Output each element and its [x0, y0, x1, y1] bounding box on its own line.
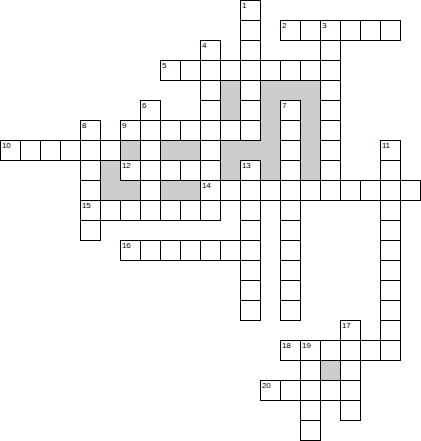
cell-r6c14[interactable]	[280, 120, 301, 141]
cell-r7c2[interactable]	[40, 140, 61, 161]
cell-r6c9[interactable]	[180, 120, 201, 141]
cell-r10c10[interactable]	[200, 200, 221, 221]
cell-r4c16[interactable]	[320, 80, 341, 101]
cell-r3c10[interactable]	[200, 60, 221, 81]
cell-r1c12[interactable]	[240, 20, 261, 41]
shaded-cell-r5c15	[300, 100, 321, 121]
cell-r7c7[interactable]	[140, 140, 161, 161]
clue-number-10: 10	[2, 141, 10, 150]
cell-r20c15[interactable]	[300, 400, 321, 421]
cell-r10c14[interactable]	[280, 200, 301, 221]
cell-r8c7[interactable]	[140, 160, 161, 181]
cell-r19c13[interactable]: 20	[260, 380, 281, 401]
shaded-cell-r8c15	[300, 160, 321, 181]
cell-r1c14[interactable]: 2	[280, 20, 301, 41]
clue-number-19: 19	[302, 341, 310, 350]
cell-r16c17[interactable]: 17	[340, 320, 361, 341]
shaded-cell-r7c15	[300, 140, 321, 161]
cell-r3c13[interactable]	[260, 60, 281, 81]
cell-r7c3[interactable]	[60, 140, 81, 161]
cell-r9c11[interactable]	[220, 180, 241, 201]
clue-number-2: 2	[282, 21, 286, 30]
clue-number-9: 9	[122, 121, 126, 130]
shaded-cell-r9c8	[160, 180, 181, 201]
shaded-cell-r4c11	[220, 80, 241, 101]
shaded-cell-r7c9	[180, 140, 201, 161]
cell-r0c12[interactable]: 1	[240, 0, 261, 21]
cell-r1c18[interactable]	[360, 20, 381, 41]
cell-r9c18[interactable]	[360, 180, 381, 201]
shaded-cell-r5c11	[220, 100, 241, 121]
shaded-cell-r7c8	[160, 140, 181, 161]
cell-r12c10[interactable]	[200, 240, 221, 261]
cell-r7c5[interactable]	[100, 140, 121, 161]
cell-r7c10[interactable]	[200, 140, 221, 161]
clue-number-17: 17	[342, 321, 350, 330]
cell-r8c19[interactable]	[380, 160, 401, 181]
shaded-cell-r8c11	[220, 160, 241, 181]
shaded-cell-r7c11	[220, 140, 241, 161]
cell-r18c15[interactable]	[300, 360, 321, 381]
cell-r3c9[interactable]	[180, 60, 201, 81]
clue-number-4: 4	[202, 41, 206, 50]
shaded-cell-r4c15	[300, 80, 321, 101]
cell-r3c14[interactable]	[280, 60, 301, 81]
cell-r16c19[interactable]	[380, 320, 401, 341]
cell-r8c4[interactable]	[80, 160, 101, 181]
cell-r6c7[interactable]	[140, 120, 161, 141]
clue-number-13: 13	[242, 161, 250, 170]
clue-number-20: 20	[262, 381, 270, 390]
cell-r15c12[interactable]	[240, 300, 261, 321]
cell-r13c14[interactable]	[280, 260, 301, 281]
cell-r20c17[interactable]	[340, 400, 361, 421]
cell-r17c15[interactable]: 19	[300, 340, 321, 361]
cell-r18c17[interactable]	[340, 360, 361, 381]
cell-r8c9[interactable]	[180, 160, 201, 181]
cell-r13c12[interactable]	[240, 260, 261, 281]
cell-r9c17[interactable]	[340, 180, 361, 201]
cell-r12c7[interactable]	[140, 240, 161, 261]
clue-number-11: 11	[382, 141, 390, 150]
cell-r9c15[interactable]	[300, 180, 321, 201]
cell-r9c7[interactable]	[140, 180, 161, 201]
cell-r10c19[interactable]	[380, 200, 401, 221]
shaded-cell-r9c6	[120, 180, 141, 201]
cell-r10c6[interactable]	[120, 200, 141, 221]
cell-r3c16[interactable]	[320, 60, 341, 81]
cell-r17c19[interactable]	[380, 340, 401, 361]
cell-r17c18[interactable]	[360, 340, 381, 361]
shaded-cell-r9c9	[180, 180, 201, 201]
cell-r12c6[interactable]: 16	[120, 240, 141, 261]
clue-number-1: 1	[242, 1, 246, 10]
cell-r12c19[interactable]	[380, 240, 401, 261]
cell-r1c15[interactable]	[300, 20, 321, 41]
shaded-cell-r7c12	[240, 140, 261, 161]
cell-r6c11[interactable]	[220, 120, 241, 141]
shaded-cell-r9c5	[100, 180, 121, 201]
cell-r4c12[interactable]	[240, 80, 261, 101]
cell-r10c9[interactable]	[180, 200, 201, 221]
shaded-cell-r18c16	[320, 360, 341, 381]
cell-r8c14[interactable]	[280, 160, 301, 181]
clue-number-14: 14	[202, 181, 210, 190]
cell-r15c14[interactable]	[280, 300, 301, 321]
cell-r2c16[interactable]	[320, 40, 341, 61]
cell-r2c12[interactable]	[240, 40, 261, 61]
cell-r3c12[interactable]	[240, 60, 261, 81]
shaded-cell-r5c13	[260, 100, 281, 121]
crossword-board: 1234567891011121314151617181920	[0, 0, 421, 441]
cell-r9c4[interactable]	[80, 180, 101, 201]
cell-r21c15[interactable]	[300, 420, 321, 441]
cell-r17c17[interactable]	[340, 340, 361, 361]
cell-r14c14[interactable]	[280, 280, 301, 301]
cell-r3c11[interactable]	[220, 60, 241, 81]
shaded-cell-r7c6	[120, 140, 141, 161]
cell-r19c16[interactable]	[320, 380, 341, 401]
cell-r7c14[interactable]	[280, 140, 301, 161]
clue-number-7: 7	[282, 101, 286, 110]
cell-r4c10[interactable]	[200, 80, 221, 101]
cell-r7c19[interactable]: 11	[380, 140, 401, 161]
clue-number-5: 5	[162, 61, 166, 70]
cell-r8c12[interactable]: 13	[240, 160, 261, 181]
cell-r8c8[interactable]	[160, 160, 181, 181]
cell-r7c0[interactable]: 10	[0, 140, 21, 161]
shaded-cell-r8c13	[260, 160, 281, 181]
cell-r9c20[interactable]	[400, 180, 421, 201]
cell-r7c16[interactable]	[320, 140, 341, 161]
clue-number-16: 16	[122, 241, 130, 250]
shaded-cell-r6c15	[300, 120, 321, 141]
cell-r9c16[interactable]	[320, 180, 341, 201]
cell-r8c16[interactable]	[320, 160, 341, 181]
cell-r9c13[interactable]	[260, 180, 281, 201]
cell-r8c10[interactable]	[200, 160, 221, 181]
cell-r10c12[interactable]	[240, 200, 261, 221]
cell-r19c17[interactable]	[340, 380, 361, 401]
clue-number-3: 3	[322, 21, 326, 30]
cell-r5c7[interactable]: 6	[140, 100, 161, 121]
cell-r1c19[interactable]	[380, 20, 401, 41]
cell-r10c5[interactable]	[100, 200, 121, 221]
cell-r10c8[interactable]	[160, 200, 181, 221]
cell-r17c16[interactable]	[320, 340, 341, 361]
cell-r12c11[interactable]	[220, 240, 241, 261]
clue-number-15: 15	[82, 201, 90, 210]
cell-r12c12[interactable]	[240, 240, 261, 261]
clue-number-18: 18	[282, 341, 290, 350]
clue-number-6: 6	[142, 101, 146, 110]
clue-number-8: 8	[82, 121, 86, 130]
cell-r7c4[interactable]	[80, 140, 101, 161]
cell-r11c19[interactable]	[380, 220, 401, 241]
cell-r11c12[interactable]	[240, 220, 261, 241]
shaded-cell-r7c13	[260, 140, 281, 161]
cell-r14c19[interactable]	[380, 280, 401, 301]
cell-r19c15[interactable]	[300, 380, 321, 401]
cell-r12c14[interactable]	[280, 240, 301, 261]
cell-r10c7[interactable]	[140, 200, 161, 221]
cell-r7c1[interactable]	[20, 140, 41, 161]
cell-r2c10[interactable]: 4	[200, 40, 221, 61]
cell-r5c14[interactable]: 7	[280, 100, 301, 121]
cell-r5c12[interactable]	[240, 100, 261, 121]
cell-r12c8[interactable]	[160, 240, 181, 261]
cell-r12c9[interactable]	[180, 240, 201, 261]
cell-r11c4[interactable]	[80, 220, 101, 241]
cell-r1c17[interactable]	[340, 20, 361, 41]
cell-r8c6[interactable]: 12	[120, 160, 141, 181]
cell-r3c8[interactable]: 5	[160, 60, 181, 81]
cell-r13c19[interactable]	[380, 260, 401, 281]
cell-r3c15[interactable]	[300, 60, 321, 81]
cell-r15c19[interactable]	[380, 300, 401, 321]
cell-r11c14[interactable]	[280, 220, 301, 241]
shaded-cell-r4c14	[280, 80, 301, 101]
cell-r6c6[interactable]: 9	[120, 120, 141, 141]
cell-r6c16[interactable]	[320, 120, 341, 141]
cell-r9c14[interactable]	[280, 180, 301, 201]
cell-r6c4[interactable]: 8	[80, 120, 101, 141]
cell-r5c16[interactable]	[320, 100, 341, 121]
cell-r9c19[interactable]	[380, 180, 401, 201]
shaded-cell-r6c13	[260, 120, 281, 141]
cell-r1c16[interactable]: 3	[320, 20, 341, 41]
cell-r19c14[interactable]	[280, 380, 301, 401]
cell-r14c12[interactable]	[240, 280, 261, 301]
shaded-cell-r8c5	[100, 160, 121, 181]
cell-r6c10[interactable]	[200, 120, 221, 141]
cell-r9c10[interactable]: 14	[200, 180, 221, 201]
cell-r6c12[interactable]	[240, 120, 261, 141]
cell-r10c4[interactable]: 15	[80, 200, 101, 221]
cell-r5c10[interactable]	[200, 100, 221, 121]
clue-number-12: 12	[122, 161, 130, 170]
cell-r9c12[interactable]	[240, 180, 261, 201]
shaded-cell-r4c13	[260, 80, 281, 101]
cell-r17c14[interactable]: 18	[280, 340, 301, 361]
cell-r6c8[interactable]	[160, 120, 181, 141]
